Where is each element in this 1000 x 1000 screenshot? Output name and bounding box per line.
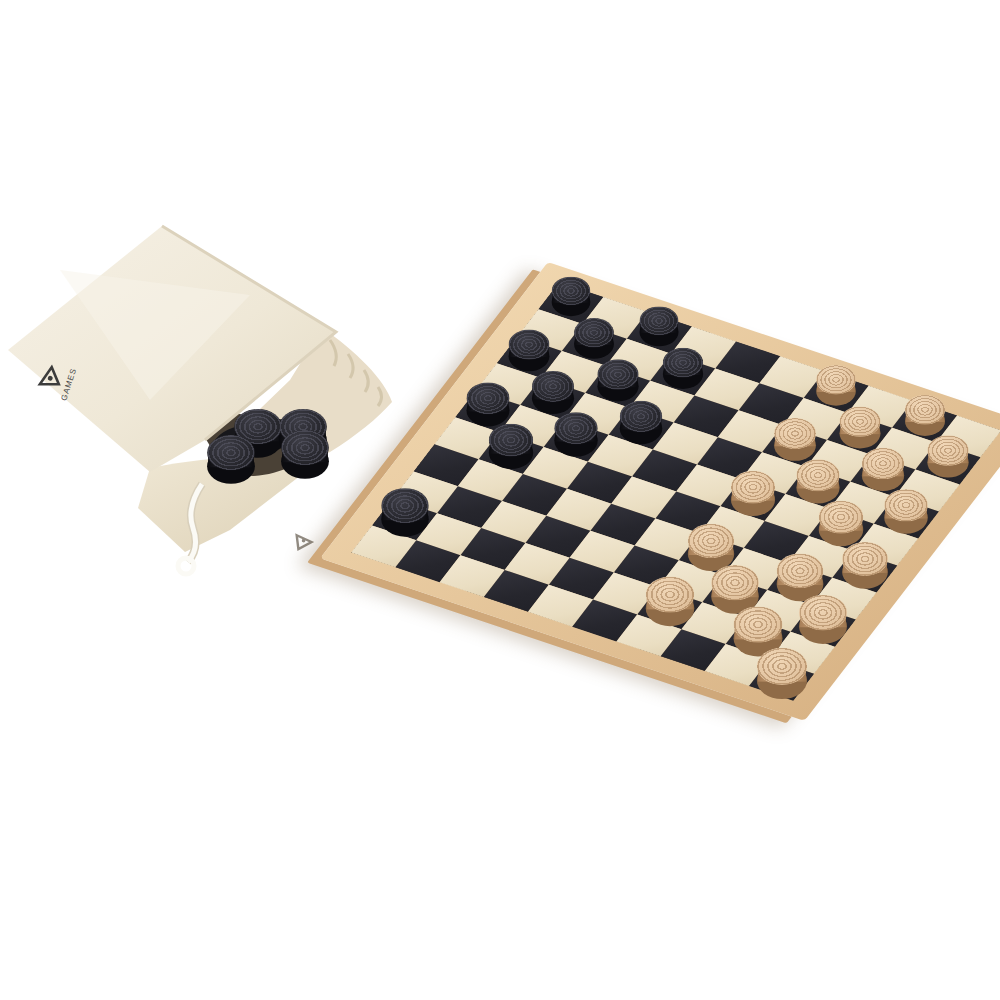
product-photo-scene: GAMES bbox=[0, 0, 1000, 1000]
black-piece-r8c0[interactable] bbox=[381, 489, 428, 538]
piece-top-rings bbox=[207, 435, 255, 470]
black-piece-r3c1[interactable] bbox=[532, 371, 574, 414]
piece-top-rings bbox=[731, 471, 775, 504]
piece-top-rings bbox=[796, 459, 839, 491]
piece-top-rings bbox=[862, 447, 904, 478]
white-piece-r4c6[interactable] bbox=[731, 471, 775, 516]
piece-top-rings bbox=[816, 365, 856, 394]
piece-top-rings bbox=[776, 553, 823, 588]
white-piece-r7c9[interactable] bbox=[799, 595, 847, 644]
piece-top-rings bbox=[640, 306, 679, 335]
piece-top-rings bbox=[885, 489, 929, 521]
piece-top-rings bbox=[554, 412, 597, 444]
piece-top-rings bbox=[281, 430, 329, 465]
spilled-black-piece-3[interactable] bbox=[281, 430, 329, 479]
white-piece-r2c6[interactable] bbox=[774, 418, 816, 461]
white-piece-r4c8[interactable] bbox=[819, 500, 864, 545]
piece-top-rings bbox=[711, 565, 759, 600]
black-piece-r5c1[interactable] bbox=[489, 424, 533, 469]
piece-top-rings bbox=[645, 577, 694, 613]
black-piece-r2c2[interactable] bbox=[597, 359, 638, 401]
piece-top-rings bbox=[904, 395, 944, 425]
white-piece-r3c9[interactable] bbox=[885, 489, 929, 534]
white-piece-r5c9[interactable] bbox=[842, 542, 888, 589]
white-piece-r1c7[interactable] bbox=[839, 406, 880, 448]
piece-top-rings bbox=[819, 500, 864, 533]
piece-top-rings bbox=[466, 383, 509, 415]
spilled-black-piece-2[interactable] bbox=[207, 435, 255, 484]
piece-top-rings bbox=[774, 418, 816, 449]
black-piece-r0c2[interactable] bbox=[640, 306, 679, 346]
white-piece-r2c8[interactable] bbox=[862, 447, 904, 490]
piece-top-rings bbox=[620, 400, 663, 431]
piece-top-rings bbox=[842, 542, 888, 576]
piece-top-rings bbox=[799, 595, 847, 630]
black-piece-r3c3[interactable] bbox=[620, 400, 663, 443]
white-piece-r0c8[interactable] bbox=[904, 395, 944, 436]
black-piece-r2c0[interactable] bbox=[509, 330, 550, 372]
black-piece-r1c3[interactable] bbox=[663, 347, 703, 388]
piece-top-rings bbox=[489, 424, 533, 457]
piece-top-rings bbox=[532, 371, 574, 402]
piece-top-rings bbox=[381, 489, 428, 524]
piece-top-rings bbox=[839, 406, 880, 436]
white-piece-r1c9[interactable] bbox=[927, 436, 968, 478]
black-piece-r0c0[interactable] bbox=[552, 277, 591, 316]
black-piece-r4c2[interactable] bbox=[554, 412, 597, 456]
white-piece-r9c9[interactable] bbox=[756, 648, 806, 699]
piece-top-rings bbox=[552, 277, 591, 306]
white-piece-r8c6[interactable] bbox=[645, 577, 694, 627]
piece-top-rings bbox=[574, 318, 614, 348]
piece-top-rings bbox=[597, 359, 638, 389]
black-piece-r1c1[interactable] bbox=[574, 318, 614, 359]
black-piece-r4c0[interactable] bbox=[466, 383, 509, 427]
white-piece-r3c7[interactable] bbox=[796, 459, 839, 503]
piece-top-rings bbox=[756, 648, 806, 685]
piece-top-rings bbox=[734, 606, 783, 642]
white-piece-r0c6[interactable] bbox=[816, 365, 856, 406]
piece-top-rings bbox=[663, 347, 703, 377]
